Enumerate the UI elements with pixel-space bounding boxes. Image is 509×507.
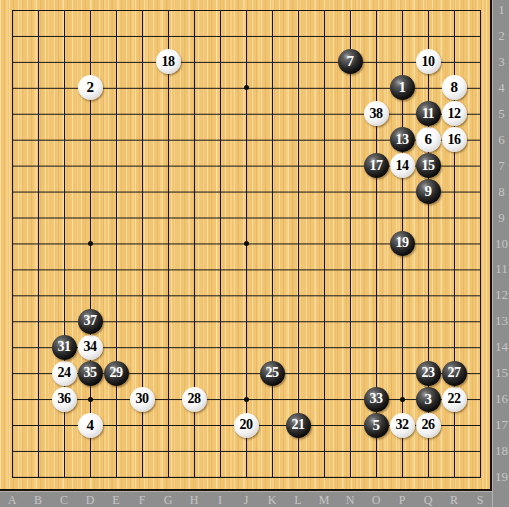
stone-move-number: 17 [370,158,383,172]
row-label-10: 10 [493,236,509,252]
intersection-R15: 27 [441,360,467,386]
stone-white-2[interactable]: 2 [78,75,103,100]
star-point [77,230,103,256]
stone-black-1[interactable]: 1 [390,75,415,100]
intersection-R16: 22 [441,386,467,412]
star-point [233,230,259,256]
stone-move-number: 25 [266,366,279,380]
column-label-H: H [190,493,199,507]
stone-black-17[interactable]: 17 [364,153,389,178]
stone-move-number: 10 [422,54,435,68]
stone-black-27[interactable]: 27 [442,361,467,386]
intersection-Q15: 23 [415,360,441,386]
stone-black-29[interactable]: 29 [104,361,129,386]
stone-white-18[interactable]: 18 [156,49,181,74]
column-label-A: A [8,493,17,507]
stone-move-number: 5 [373,417,380,432]
column-label-L: L [294,493,301,507]
stone-move-number: 9 [425,184,432,199]
stone-black-35[interactable]: 35 [78,361,103,386]
stone-move-number: 21 [292,418,305,432]
stone-move-number: 38 [370,106,383,120]
stone-white-24[interactable]: 24 [52,361,77,386]
intersection-D15: 35 [77,360,103,386]
intersection-F16: 30 [129,386,155,412]
stone-move-number: 27 [448,366,461,380]
intersection-L17: 21 [285,412,311,438]
star-point-dot [400,397,405,402]
column-label-S: S [477,493,484,507]
stone-move-number: 24 [58,366,71,380]
intersection-K15: 25 [259,360,285,386]
stone-black-21[interactable]: 21 [286,413,311,438]
row-label-3: 3 [493,54,509,70]
intersection-O16: 33 [363,386,389,412]
star-point-dot [244,85,249,90]
star-point [233,386,259,412]
row-label-8: 8 [493,184,509,200]
column-label-D: D [86,493,95,507]
stone-move-number: 6 [425,132,432,147]
stone-move-number: 28 [188,392,201,406]
row-label-17: 17 [493,417,509,433]
stone-white-10[interactable]: 10 [416,49,441,74]
intersection-R6: 16 [441,127,467,153]
row-label-19: 19 [493,469,509,485]
row-label-9: 9 [493,210,509,226]
stone-black-15[interactable]: 15 [416,153,441,178]
column-label-C: C [60,493,68,507]
intersection-Q3: 10 [415,49,441,75]
star-point-dot [244,397,249,402]
stone-move-number: 22 [448,392,461,406]
stone-white-32[interactable]: 32 [390,413,415,438]
column-label-P: P [399,493,406,507]
intersection-D14: 34 [77,334,103,360]
stone-move-number: 23 [422,366,435,380]
row-label-14: 14 [493,339,509,355]
row-label-12: 12 [493,287,509,303]
row-label-5: 5 [493,106,509,122]
column-label-E: E [112,493,119,507]
intersection-H16: 28 [181,386,207,412]
stone-move-number: 31 [58,340,71,354]
stone-move-number: 3 [425,391,432,406]
column-label-M: M [319,493,330,507]
intersection-O7: 17 [363,153,389,179]
intersection-P7: 14 [389,153,415,179]
intersection-R5: 12 [441,101,467,127]
intersection-P17: 32 [389,412,415,438]
go-diagram-screen: 1234567891011121314151617181920212223242… [0,0,509,507]
stone-move-number: 11 [422,106,434,120]
column-label-N: N [346,493,355,507]
star-point [233,75,259,101]
stone-move-number: 1 [399,80,406,95]
star-point [77,386,103,412]
row-label-2: 2 [493,28,509,44]
intersection-D17: 4 [77,412,103,438]
column-label-G: G [164,493,173,507]
stone-move-number: 7 [347,54,354,69]
stone-move-number: 16 [448,132,461,146]
intersection-E15: 29 [103,360,129,386]
stone-black-3[interactable]: 3 [416,387,441,412]
stone-white-22[interactable]: 22 [442,387,467,412]
stone-move-number: 35 [84,366,97,380]
stone-move-number: 32 [396,418,409,432]
stone-move-number: 34 [84,340,97,354]
row-label-4: 4 [493,80,509,96]
column-label-K: K [268,493,277,507]
stone-white-14[interactable]: 14 [390,153,415,178]
intersection-D4: 2 [77,75,103,101]
column-labels-strip: ABCDEFGHIJKLMNOPQRS [0,491,509,507]
column-label-F: F [139,493,146,507]
column-label-B: B [34,493,42,507]
column-label-R: R [450,493,458,507]
intersection-R4: 8 [441,75,467,101]
stone-black-7[interactable]: 7 [338,49,363,74]
stone-white-8[interactable]: 8 [442,75,467,100]
stone-white-26[interactable]: 26 [416,413,441,438]
intersection-D13: 37 [77,308,103,334]
star-point [389,386,415,412]
stone-move-number: 18 [162,54,175,68]
row-labels-strip: 12345678910111213141516171819 [492,0,509,507]
column-label-I: I [218,493,222,507]
intersection-C16: 36 [51,386,77,412]
stone-move-number: 29 [110,366,123,380]
stone-move-number: 15 [422,158,435,172]
stone-move-number: 19 [396,236,409,250]
stone-move-number: 14 [396,158,409,172]
stone-move-number: 2 [87,80,94,95]
intersection-P4: 1 [389,75,415,101]
stone-white-12[interactable]: 12 [442,101,467,126]
stones-layer: 1234567891011121314151617181920212223242… [0,0,493,490]
stone-black-5[interactable]: 5 [364,413,389,438]
stone-white-34[interactable]: 34 [78,335,103,360]
star-point-dot [244,241,249,246]
column-label-J: J [244,493,249,507]
stone-move-number: 13 [396,132,409,146]
stone-black-19[interactable]: 19 [390,231,415,256]
row-label-13: 13 [493,313,509,329]
stone-white-28[interactable]: 28 [182,387,207,412]
column-label-O: O [372,493,381,507]
go-board[interactable]: 1234567891011121314151617181920212223242… [0,0,492,491]
intersection-Q8: 9 [415,179,441,205]
intersection-Q16: 3 [415,386,441,412]
row-label-16: 16 [493,391,509,407]
intersection-P10: 19 [389,230,415,256]
intersection-G3: 18 [155,49,181,75]
stone-black-33[interactable]: 33 [364,387,389,412]
intersection-Q17: 26 [415,412,441,438]
intersection-Q5: 11 [415,101,441,127]
stone-move-number: 12 [448,106,461,120]
intersection-C15: 24 [51,360,77,386]
intersection-Q7: 15 [415,153,441,179]
stone-move-number: 20 [240,418,253,432]
row-label-7: 7 [493,158,509,174]
stone-move-number: 26 [422,418,435,432]
stone-move-number: 30 [136,392,149,406]
star-point-dot [88,397,93,402]
stone-move-number: 8 [451,80,458,95]
stone-black-9[interactable]: 9 [416,179,441,204]
stone-move-number: 36 [58,392,71,406]
row-label-6: 6 [493,132,509,148]
stone-move-number: 4 [87,417,94,432]
stone-black-25[interactable]: 25 [260,361,285,386]
stone-black-23[interactable]: 23 [416,361,441,386]
stone-white-4[interactable]: 4 [78,413,103,438]
stone-white-38[interactable]: 38 [364,101,389,126]
intersection-N3: 7 [337,49,363,75]
intersection-C14: 31 [51,334,77,360]
stone-white-16[interactable]: 16 [442,127,467,152]
intersection-O5: 38 [363,101,389,127]
intersection-Q6: 6 [415,127,441,153]
star-point-dot [88,241,93,246]
row-label-11: 11 [493,261,509,277]
column-label-Q: Q [424,493,433,507]
stone-black-31[interactable]: 31 [52,335,77,360]
row-label-15: 15 [493,365,509,381]
stone-black-11[interactable]: 11 [416,101,441,126]
stone-black-13[interactable]: 13 [390,127,415,152]
stone-white-30[interactable]: 30 [130,387,155,412]
stone-black-37[interactable]: 37 [78,309,103,334]
stone-move-number: 33 [370,392,383,406]
intersection-J17: 20 [233,412,259,438]
stone-move-number: 37 [84,314,97,328]
row-label-1: 1 [493,2,509,18]
stone-white-6[interactable]: 6 [416,127,441,152]
intersection-O17: 5 [363,412,389,438]
row-label-18: 18 [493,443,509,459]
stone-white-36[interactable]: 36 [52,387,77,412]
intersection-P6: 13 [389,127,415,153]
stone-white-20[interactable]: 20 [234,413,259,438]
